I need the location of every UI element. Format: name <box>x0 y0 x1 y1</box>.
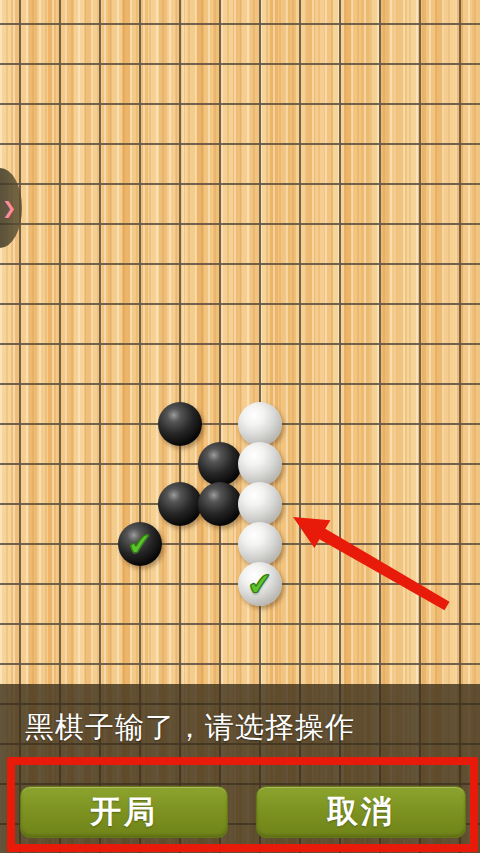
white-stone <box>238 442 282 486</box>
chevron-right-icon: ❯ <box>2 198 16 218</box>
black-stone <box>158 402 202 446</box>
white-stone-last-move: ✔ <box>238 562 282 606</box>
check-icon: ✔ <box>126 527 155 560</box>
black-stone <box>198 482 242 526</box>
status-message: 黑棋子输了，请选择操作 <box>25 708 465 746</box>
black-stone <box>198 442 242 486</box>
black-stone-last-move: ✔ <box>118 522 162 566</box>
new-game-button[interactable]: 开局 <box>20 786 228 838</box>
gomoku-app-screen: ✔✔ ❯ 黑棋子输了，请选择操作 开局 取消 <box>0 0 480 853</box>
white-stone <box>238 522 282 566</box>
white-stone <box>238 482 282 526</box>
check-icon: ✔ <box>246 567 275 600</box>
cancel-button[interactable]: 取消 <box>256 786 466 838</box>
white-stone <box>238 402 282 446</box>
black-stone <box>158 482 202 526</box>
